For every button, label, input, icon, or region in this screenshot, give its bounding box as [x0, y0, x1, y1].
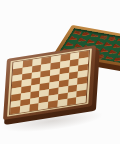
photo-stage: ♜♞♝♛♚♝♞♜♟♟♟♟♟♟♟♟♟♟♟♟♟♟♟♟♜♞♝♛♚♝♞♜	[0, 0, 120, 144]
square-e1[interactable]	[48, 100, 58, 108]
stored-piece[interactable]: ♞	[113, 56, 120, 63]
board-margin	[7, 48, 92, 116]
square-g1[interactable]	[67, 97, 77, 105]
square-a1[interactable]	[10, 106, 20, 114]
square-c1[interactable]	[29, 103, 39, 111]
board-grid	[9, 50, 90, 115]
square-h1[interactable]	[76, 96, 86, 104]
square-f1[interactable]	[57, 99, 67, 107]
square-d1[interactable]	[38, 102, 48, 110]
square-b1[interactable]	[20, 105, 30, 113]
